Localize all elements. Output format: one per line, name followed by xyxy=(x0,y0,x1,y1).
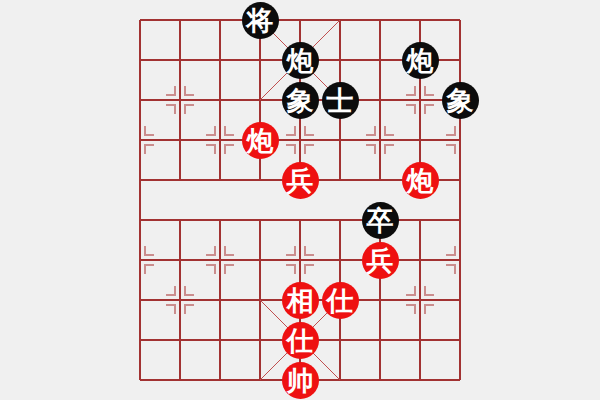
board-point-g10[interactable] xyxy=(360,0,400,40)
board-point-b2[interactable] xyxy=(160,320,200,360)
board-point-b5[interactable] xyxy=(160,200,200,240)
board-point-d10[interactable]: 将 xyxy=(240,0,280,40)
board-point-g8[interactable] xyxy=(360,80,400,120)
board-point-c10[interactable] xyxy=(200,0,240,40)
board-point-d5[interactable] xyxy=(240,200,280,240)
piece-red-cannon[interactable]: 炮 xyxy=(242,122,279,159)
board-point-a6[interactable] xyxy=(120,160,160,200)
piece-red-advisor[interactable]: 仕 xyxy=(322,282,359,319)
board-point-d2[interactable] xyxy=(240,320,280,360)
board-point-i9[interactable] xyxy=(440,40,480,80)
board-point-b9[interactable] xyxy=(160,40,200,80)
board-point-b10[interactable] xyxy=(160,0,200,40)
board-point-e9[interactable]: 炮 xyxy=(280,40,320,80)
board-point-f1[interactable] xyxy=(320,360,360,400)
board-point-g6[interactable] xyxy=(360,160,400,200)
board-point-i6[interactable] xyxy=(440,160,480,200)
board-point-d6[interactable] xyxy=(240,160,280,200)
board-point-b8[interactable] xyxy=(160,80,200,120)
board-point-c2[interactable] xyxy=(200,320,240,360)
board-point-a10[interactable] xyxy=(120,0,160,40)
board-point-d3[interactable] xyxy=(240,280,280,320)
board-point-f9[interactable] xyxy=(320,40,360,80)
board-point-g1[interactable] xyxy=(360,360,400,400)
board-point-e5[interactable] xyxy=(280,200,320,240)
board-point-e8[interactable]: 象 xyxy=(280,80,320,120)
board-point-h10[interactable] xyxy=(400,0,440,40)
board-point-i5[interactable] xyxy=(440,200,480,240)
board-point-g7[interactable] xyxy=(360,120,400,160)
board-point-g2[interactable] xyxy=(360,320,400,360)
board-point-f10[interactable] xyxy=(320,0,360,40)
board-point-d1[interactable] xyxy=(240,360,280,400)
board-point-e7[interactable] xyxy=(280,120,320,160)
piece-red-soldier[interactable]: 兵 xyxy=(282,162,319,199)
board-point-h9[interactable]: 炮 xyxy=(400,40,440,80)
board-point-c4[interactable] xyxy=(200,240,240,280)
board-point-h4[interactable] xyxy=(400,240,440,280)
board-point-f4[interactable] xyxy=(320,240,360,280)
board-point-b6[interactable] xyxy=(160,160,200,200)
board-point-d8[interactable] xyxy=(240,80,280,120)
board-point-a3[interactable] xyxy=(120,280,160,320)
board-point-g3[interactable] xyxy=(360,280,400,320)
piece-red-general[interactable]: 帅 xyxy=(282,362,319,399)
board-point-f8[interactable]: 士 xyxy=(320,80,360,120)
board-point-g9[interactable] xyxy=(360,40,400,80)
board-point-a4[interactable] xyxy=(120,240,160,280)
piece-red-elephant[interactable]: 相 xyxy=(282,282,319,319)
board-point-i3[interactable] xyxy=(440,280,480,320)
board-point-i2[interactable] xyxy=(440,320,480,360)
board-point-d9[interactable] xyxy=(240,40,280,80)
board-point-h7[interactable] xyxy=(400,120,440,160)
board-point-h6[interactable]: 炮 xyxy=(400,160,440,200)
board-point-b3[interactable] xyxy=(160,280,200,320)
board-point-d7[interactable]: 炮 xyxy=(240,120,280,160)
board-point-h3[interactable] xyxy=(400,280,440,320)
board-point-i10[interactable] xyxy=(440,0,480,40)
board-point-e3[interactable]: 相 xyxy=(280,280,320,320)
piece-black-advisor[interactable]: 士 xyxy=(322,82,359,119)
board-point-i1[interactable] xyxy=(440,360,480,400)
board-point-a2[interactable] xyxy=(120,320,160,360)
board-point-c8[interactable] xyxy=(200,80,240,120)
board-point-f2[interactable] xyxy=(320,320,360,360)
board-point-h8[interactable] xyxy=(400,80,440,120)
board-point-c5[interactable] xyxy=(200,200,240,240)
board-point-a1[interactable] xyxy=(120,360,160,400)
board-point-g4[interactable]: 兵 xyxy=(360,240,400,280)
board-point-b4[interactable] xyxy=(160,240,200,280)
piece-red-advisor[interactable]: 仕 xyxy=(282,322,319,359)
board-point-e6[interactable]: 兵 xyxy=(280,160,320,200)
piece-black-elephant[interactable]: 象 xyxy=(442,82,479,119)
piece-red-cannon[interactable]: 炮 xyxy=(402,162,439,199)
board-point-i7[interactable] xyxy=(440,120,480,160)
xiangqi-app: 将炮炮象士象炮兵炮卒兵相仕仕帅 xyxy=(0,0,600,400)
board-point-c7[interactable] xyxy=(200,120,240,160)
board-point-h1[interactable] xyxy=(400,360,440,400)
board-point-i4[interactable] xyxy=(440,240,480,280)
xiangqi-board: 将炮炮象士象炮兵炮卒兵相仕仕帅 xyxy=(120,0,480,400)
board-point-b7[interactable] xyxy=(160,120,200,160)
board-point-c6[interactable] xyxy=(200,160,240,200)
board-point-h2[interactable] xyxy=(400,320,440,360)
board-point-g5[interactable]: 卒 xyxy=(360,200,400,240)
board-point-e2[interactable]: 仕 xyxy=(280,320,320,360)
piece-black-soldier[interactable]: 卒 xyxy=(362,202,399,239)
board-point-a5[interactable] xyxy=(120,200,160,240)
board-point-f7[interactable] xyxy=(320,120,360,160)
board-point-f6[interactable] xyxy=(320,160,360,200)
board-point-h5[interactable] xyxy=(400,200,440,240)
board-point-c3[interactable] xyxy=(200,280,240,320)
piece-black-elephant[interactable]: 象 xyxy=(282,82,319,119)
board-point-f5[interactable] xyxy=(320,200,360,240)
piece-black-cannon[interactable]: 炮 xyxy=(402,42,439,79)
board-point-a9[interactable] xyxy=(120,40,160,80)
board-point-a7[interactable] xyxy=(120,120,160,160)
board-point-e10[interactable] xyxy=(280,0,320,40)
board-point-e4[interactable] xyxy=(280,240,320,280)
piece-black-cannon[interactable]: 炮 xyxy=(282,42,319,79)
board-point-c1[interactable] xyxy=(200,360,240,400)
piece-red-soldier[interactable]: 兵 xyxy=(362,242,399,279)
board-point-f3[interactable]: 仕 xyxy=(320,280,360,320)
piece-black-general[interactable]: 将 xyxy=(242,2,279,39)
board-point-i8[interactable]: 象 xyxy=(440,80,480,120)
board-point-a8[interactable] xyxy=(120,80,160,120)
board-point-e1[interactable]: 帅 xyxy=(280,360,320,400)
board-point-d4[interactable] xyxy=(240,240,280,280)
board-point-b1[interactable] xyxy=(160,360,200,400)
board-point-c9[interactable] xyxy=(200,40,240,80)
